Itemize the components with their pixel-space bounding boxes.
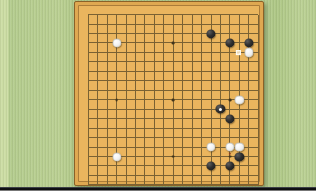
- grid-line: [258, 15, 259, 185]
- black-stone-pd: [225, 38, 234, 47]
- last-move-marker: [219, 108, 222, 111]
- white-stone-qo: [235, 142, 244, 151]
- white-stone-dd: [112, 38, 121, 47]
- white-stone-qj: [235, 95, 244, 104]
- grid-line: [88, 128, 258, 129]
- black-stone-pl: [225, 114, 234, 123]
- board-field: [78, 5, 260, 182]
- grid-line: [88, 137, 258, 138]
- white-stone-dp: [112, 152, 121, 161]
- go-board: [74, 1, 264, 186]
- black-stone-qp: [235, 152, 244, 161]
- star-point: [172, 42, 175, 45]
- grid-line: [192, 15, 193, 185]
- tatami-background: [0, 0, 316, 190]
- star-point: [115, 98, 118, 101]
- star-point: [228, 155, 231, 158]
- grid-line: [220, 15, 221, 185]
- black-stone-pq: [225, 161, 234, 170]
- white-stone-po: [225, 142, 234, 151]
- star-point: [228, 98, 231, 101]
- grid-line: [182, 15, 183, 185]
- board-grid[interactable]: [88, 15, 258, 185]
- black-stone-nc: [206, 29, 215, 38]
- pale-square-marker: [236, 51, 241, 56]
- bottom-dark-bar: [0, 187, 316, 191]
- grid-line: [88, 175, 258, 176]
- black-stone-ok: [216, 105, 225, 114]
- grid-line: [88, 109, 258, 110]
- star-point: [172, 155, 175, 158]
- black-stone-nq: [206, 161, 215, 170]
- grid-line: [88, 184, 258, 185]
- white-stone-re: [244, 48, 253, 57]
- white-stone-no: [206, 142, 215, 151]
- grid-line: [211, 15, 212, 185]
- black-stone-rd: [244, 38, 253, 47]
- grid-line: [201, 15, 202, 185]
- star-point: [172, 98, 175, 101]
